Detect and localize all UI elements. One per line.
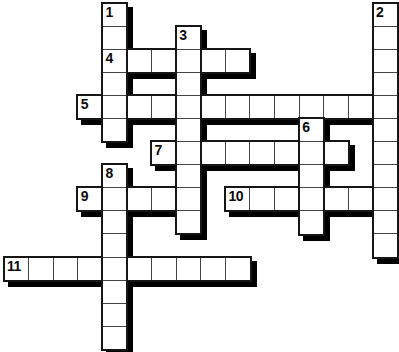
clue-number-3: 3 — [179, 28, 186, 43]
clue-number-10: 10 — [228, 189, 243, 204]
clue-number-1: 1 — [105, 5, 112, 20]
clue-number-layer: 1234567891011 — [0, 0, 399, 352]
crossword-board: 1234567891011 — [0, 0, 399, 352]
clue-number-5: 5 — [81, 97, 88, 112]
clue-number-8: 8 — [105, 166, 112, 181]
clue-number-2: 2 — [376, 5, 383, 20]
clue-number-4: 4 — [105, 51, 112, 66]
clue-number-7: 7 — [155, 143, 162, 158]
clue-number-9: 9 — [81, 189, 88, 204]
clue-number-6: 6 — [302, 120, 309, 135]
clue-number-11: 11 — [7, 259, 21, 274]
